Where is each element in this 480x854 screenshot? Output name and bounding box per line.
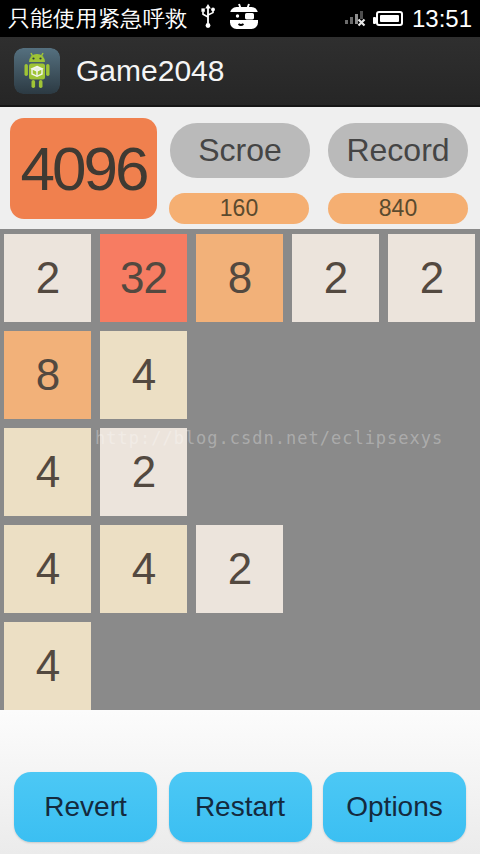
app-title: Game2048 xyxy=(76,54,224,88)
button-row: Revert Restart Options xyxy=(0,772,480,842)
empty-cell xyxy=(388,622,475,710)
tile-8: 8 xyxy=(196,234,283,322)
signal-no-service-icon xyxy=(343,5,367,33)
tile-8: 8 xyxy=(4,331,91,419)
tile-4: 4 xyxy=(100,331,187,419)
status-clock: 13:51 xyxy=(412,5,472,33)
tile-32: 32 xyxy=(100,234,187,322)
empty-cell xyxy=(388,428,475,516)
tile-2: 2 xyxy=(4,234,91,322)
tile-2: 2 xyxy=(292,234,379,322)
score-value: 160 xyxy=(169,193,309,224)
board-grid[interactable]: 23282284424424 xyxy=(0,229,480,710)
phone-screen: 只能使用紧急呼救 xyxy=(0,0,480,854)
carrier-text: 只能使用紧急呼救 xyxy=(8,4,188,34)
empty-cell xyxy=(292,525,379,613)
tile-4: 4 xyxy=(4,622,91,710)
tile-4: 4 xyxy=(100,525,187,613)
tile-2: 2 xyxy=(388,234,475,322)
app-launcher-icon xyxy=(14,48,60,94)
empty-cell xyxy=(292,428,379,516)
empty-cell xyxy=(292,622,379,710)
battery-icon xyxy=(376,11,403,26)
restart-button[interactable]: Restart xyxy=(169,772,312,842)
empty-cell xyxy=(196,428,283,516)
record-value: 840 xyxy=(328,193,468,224)
empty-cell xyxy=(100,622,187,710)
empty-cell xyxy=(292,331,379,419)
title-bar: Game2048 xyxy=(0,37,480,107)
status-bar: 只能使用紧急呼救 xyxy=(0,0,480,37)
cyanogenmod-mascot-icon xyxy=(226,3,262,34)
revert-button[interactable]: Revert xyxy=(14,772,157,842)
options-button[interactable]: Options xyxy=(323,772,466,842)
empty-cell xyxy=(388,331,475,419)
tile-4: 4 xyxy=(4,428,91,516)
empty-cell xyxy=(196,331,283,419)
tile-2: 2 xyxy=(196,525,283,613)
empty-cell xyxy=(388,525,475,613)
scoreboard: 4096 Scroe 160 Record 840 xyxy=(0,107,480,229)
tile-4: 4 xyxy=(4,525,91,613)
record-label: Record xyxy=(328,123,468,178)
footer: Revert Restart Options xyxy=(0,710,480,854)
score-label: Scroe xyxy=(170,123,310,178)
highest-tile-badge: 4096 xyxy=(10,118,157,219)
tile-2: 2 xyxy=(100,428,187,516)
usb-icon xyxy=(200,4,216,34)
empty-cell xyxy=(196,622,283,710)
